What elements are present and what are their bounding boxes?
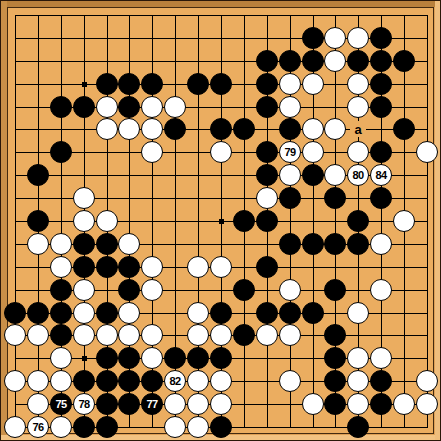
white-stone[interactable]: [347, 27, 369, 49]
black-stone[interactable]: [302, 27, 324, 49]
white-stone[interactable]: [96, 324, 118, 346]
white-stone[interactable]: [141, 324, 163, 346]
white-stone[interactable]: [187, 324, 209, 346]
white-stone[interactable]: [141, 256, 163, 278]
black-stone[interactable]: [370, 393, 392, 415]
black-stone[interactable]: [233, 210, 255, 232]
white-stone[interactable]: [50, 416, 72, 438]
black-stone[interactable]: 75: [50, 393, 72, 415]
black-stone[interactable]: [302, 164, 324, 186]
black-stone[interactable]: [96, 73, 118, 95]
black-stone[interactable]: [233, 118, 255, 140]
white-stone[interactable]: [187, 302, 209, 324]
black-stone[interactable]: [50, 96, 72, 118]
white-stone[interactable]: [4, 416, 26, 438]
white-stone[interactable]: [210, 324, 232, 346]
black-stone[interactable]: [50, 324, 72, 346]
move-number-label: 84: [375, 170, 386, 181]
white-stone[interactable]: [164, 96, 186, 118]
white-stone[interactable]: [416, 393, 438, 415]
white-stone[interactable]: [118, 324, 140, 346]
white-stone[interactable]: [164, 416, 186, 438]
white-stone[interactable]: [73, 302, 95, 324]
white-stone[interactable]: [370, 233, 392, 255]
white-stone[interactable]: [96, 96, 118, 118]
black-stone[interactable]: [96, 302, 118, 324]
black-stone[interactable]: [73, 370, 95, 392]
black-stone[interactable]: [370, 27, 392, 49]
white-stone[interactable]: [324, 118, 346, 140]
white-stone[interactable]: [347, 302, 369, 324]
white-stone[interactable]: [279, 370, 301, 392]
white-stone[interactable]: [279, 164, 301, 186]
white-stone[interactable]: [302, 118, 324, 140]
white-stone[interactable]: [279, 279, 301, 301]
black-stone[interactable]: 77: [141, 393, 163, 415]
black-stone[interactable]: [256, 302, 278, 324]
white-stone[interactable]: [347, 141, 369, 163]
white-stone[interactable]: [96, 210, 118, 232]
black-stone[interactable]: [256, 164, 278, 186]
black-stone[interactable]: [279, 50, 301, 72]
black-stone[interactable]: [27, 302, 49, 324]
black-stone[interactable]: [210, 347, 232, 369]
white-stone[interactable]: 76: [27, 416, 49, 438]
white-stone[interactable]: [50, 370, 72, 392]
white-stone[interactable]: [118, 118, 140, 140]
black-stone[interactable]: [118, 393, 140, 415]
white-stone[interactable]: [370, 279, 392, 301]
black-stone[interactable]: [96, 256, 118, 278]
white-stone[interactable]: [393, 210, 415, 232]
white-stone[interactable]: [393, 393, 415, 415]
white-stone[interactable]: [416, 141, 438, 163]
white-stone[interactable]: [302, 73, 324, 95]
move-number-label: 79: [284, 147, 295, 158]
white-stone[interactable]: [347, 393, 369, 415]
black-stone[interactable]: [73, 256, 95, 278]
black-stone[interactable]: [279, 302, 301, 324]
black-stone[interactable]: [302, 233, 324, 255]
black-stone[interactable]: [256, 96, 278, 118]
white-stone[interactable]: [141, 141, 163, 163]
white-stone[interactable]: [302, 141, 324, 163]
black-stone[interactable]: [256, 141, 278, 163]
white-stone[interactable]: [347, 96, 369, 118]
black-stone[interactable]: [118, 370, 140, 392]
black-stone[interactable]: [118, 279, 140, 301]
move-number-label: 78: [78, 399, 89, 410]
white-stone[interactable]: [141, 96, 163, 118]
black-stone[interactable]: [187, 347, 209, 369]
black-stone[interactable]: [118, 96, 140, 118]
black-stone[interactable]: [324, 347, 346, 369]
white-stone[interactable]: [50, 256, 72, 278]
black-stone[interactable]: [256, 50, 278, 72]
black-stone[interactable]: [50, 141, 72, 163]
black-stone[interactable]: [324, 324, 346, 346]
black-stone[interactable]: [347, 416, 369, 438]
white-stone[interactable]: [141, 279, 163, 301]
white-stone[interactable]: [187, 416, 209, 438]
white-stone[interactable]: [324, 50, 346, 72]
black-stone[interactable]: [96, 393, 118, 415]
black-stone[interactable]: [324, 393, 346, 415]
white-stone[interactable]: [27, 324, 49, 346]
white-stone[interactable]: [187, 393, 209, 415]
black-stone[interactable]: [210, 302, 232, 324]
white-stone[interactable]: [96, 118, 118, 140]
white-stone[interactable]: [210, 370, 232, 392]
star-point: [82, 82, 87, 87]
white-stone[interactable]: [27, 370, 49, 392]
black-stone[interactable]: [279, 118, 301, 140]
white-stone[interactable]: 78: [73, 393, 95, 415]
white-stone[interactable]: [118, 302, 140, 324]
black-stone[interactable]: [256, 256, 278, 278]
black-stone[interactable]: [50, 302, 72, 324]
star-point: [82, 356, 87, 361]
white-stone[interactable]: [279, 73, 301, 95]
white-stone[interactable]: [73, 279, 95, 301]
white-stone[interactable]: [187, 370, 209, 392]
go-diagram: 7980848275787776a: [0, 0, 441, 441]
move-number-label: 75: [55, 399, 66, 410]
black-stone[interactable]: [302, 50, 324, 72]
white-stone[interactable]: [141, 347, 163, 369]
black-stone[interactable]: [370, 96, 392, 118]
black-stone[interactable]: [393, 50, 415, 72]
black-stone[interactable]: [347, 50, 369, 72]
white-stone[interactable]: 80: [347, 164, 369, 186]
black-stone[interactable]: [233, 279, 255, 301]
black-stone[interactable]: [96, 416, 118, 438]
white-stone[interactable]: [164, 393, 186, 415]
black-stone[interactable]: [347, 233, 369, 255]
white-stone[interactable]: [73, 210, 95, 232]
move-number-label: 77: [146, 399, 157, 410]
black-stone[interactable]: [96, 233, 118, 255]
white-stone[interactable]: [187, 256, 209, 278]
white-stone[interactable]: [347, 370, 369, 392]
black-stone[interactable]: [96, 347, 118, 369]
white-stone[interactable]: [347, 347, 369, 369]
black-stone[interactable]: [118, 347, 140, 369]
white-stone[interactable]: [210, 256, 232, 278]
grid-line: [427, 15, 428, 428]
black-stone[interactable]: [393, 118, 415, 140]
white-stone[interactable]: [370, 347, 392, 369]
white-stone[interactable]: [256, 324, 278, 346]
white-stone[interactable]: [4, 324, 26, 346]
black-stone[interactable]: [141, 370, 163, 392]
move-number-label: 80: [352, 170, 363, 181]
black-stone[interactable]: [73, 233, 95, 255]
white-stone[interactable]: 79: [279, 141, 301, 163]
white-stone[interactable]: [27, 233, 49, 255]
black-stone[interactable]: [4, 302, 26, 324]
black-stone[interactable]: [164, 347, 186, 369]
star-point: [219, 219, 224, 224]
move-number-label: 76: [32, 422, 43, 433]
go-board[interactable]: 7980848275787776a: [1, 1, 441, 441]
black-stone[interactable]: [141, 73, 163, 95]
white-stone[interactable]: [210, 393, 232, 415]
black-stone[interactable]: [210, 118, 232, 140]
black-stone[interactable]: [73, 96, 95, 118]
white-stone[interactable]: [27, 393, 49, 415]
white-stone[interactable]: [210, 141, 232, 163]
black-stone[interactable]: [279, 187, 301, 209]
black-stone[interactable]: [27, 164, 49, 186]
black-stone[interactable]: [50, 279, 72, 301]
white-stone[interactable]: [347, 73, 369, 95]
white-stone[interactable]: [279, 96, 301, 118]
point-label-a[interactable]: a: [350, 121, 366, 137]
white-stone[interactable]: [50, 233, 72, 255]
white-stone[interactable]: 82: [164, 370, 186, 392]
black-stone[interactable]: [164, 118, 186, 140]
black-stone[interactable]: [187, 73, 209, 95]
black-stone[interactable]: [210, 73, 232, 95]
black-stone[interactable]: [27, 210, 49, 232]
black-stone[interactable]: [370, 370, 392, 392]
black-stone[interactable]: [324, 187, 346, 209]
black-stone[interactable]: [347, 210, 369, 232]
black-stone[interactable]: [96, 370, 118, 392]
black-stone[interactable]: [370, 73, 392, 95]
black-stone[interactable]: [256, 210, 278, 232]
black-stone[interactable]: [118, 256, 140, 278]
black-stone[interactable]: [210, 416, 232, 438]
move-number-label: 82: [169, 376, 180, 387]
black-stone[interactable]: [279, 233, 301, 255]
black-stone[interactable]: [233, 324, 255, 346]
black-stone[interactable]: [302, 302, 324, 324]
white-stone[interactable]: [118, 233, 140, 255]
white-stone[interactable]: [324, 164, 346, 186]
white-stone[interactable]: [141, 118, 163, 140]
black-stone[interactable]: [324, 233, 346, 255]
black-stone[interactable]: [256, 73, 278, 95]
white-stone[interactable]: [73, 324, 95, 346]
white-stone[interactable]: [73, 187, 95, 209]
white-stone[interactable]: [279, 324, 301, 346]
white-stone[interactable]: [302, 393, 324, 415]
white-stone[interactable]: [324, 27, 346, 49]
black-stone[interactable]: [73, 416, 95, 438]
black-stone[interactable]: [370, 187, 392, 209]
black-stone[interactable]: [370, 141, 392, 163]
black-stone[interactable]: [324, 279, 346, 301]
black-stone[interactable]: [370, 50, 392, 72]
black-stone[interactable]: [118, 73, 140, 95]
black-stone[interactable]: [324, 370, 346, 392]
white-stone[interactable]: [416, 370, 438, 392]
white-stone[interactable]: [4, 370, 26, 392]
white-stone[interactable]: [256, 187, 278, 209]
white-stone[interactable]: [50, 347, 72, 369]
white-stone[interactable]: 84: [370, 164, 392, 186]
